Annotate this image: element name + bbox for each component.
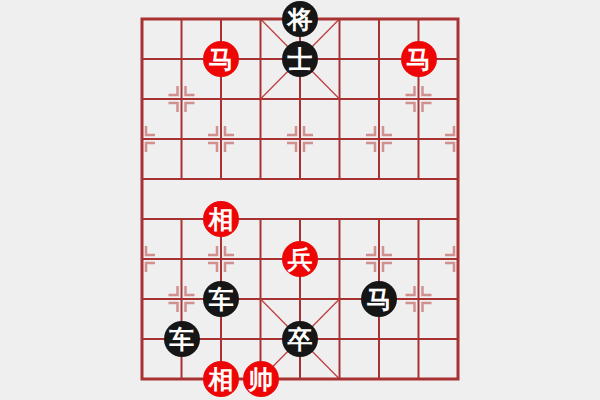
piece-red-elephant[interactable]: 相 (203, 201, 239, 237)
piece-black-chariot[interactable]: 车 (164, 321, 200, 357)
piece-red-horse[interactable]: 马 (203, 41, 239, 77)
piece-red-soldier[interactable]: 兵 (282, 241, 318, 277)
piece-red-elephant[interactable]: 相 (203, 361, 239, 397)
piece-black-soldier[interactable]: 卒 (282, 321, 318, 357)
piece-black-advisor[interactable]: 士 (282, 41, 318, 77)
xiangqi-board[interactable]: 将马士马相兵车马车卒相帅 (142, 19, 458, 379)
piece-black-general[interactable]: 将 (282, 1, 318, 37)
xiangqi-diagram: 将马士马相兵车马车卒相帅 (0, 0, 600, 400)
piece-black-horse[interactable]: 马 (361, 281, 397, 317)
pieces-layer: 将马士马相兵车马车卒相帅 (122, 0, 478, 399)
piece-red-horse[interactable]: 马 (401, 41, 437, 77)
piece-red-general[interactable]: 帅 (243, 361, 279, 397)
piece-black-chariot[interactable]: 车 (203, 281, 239, 317)
